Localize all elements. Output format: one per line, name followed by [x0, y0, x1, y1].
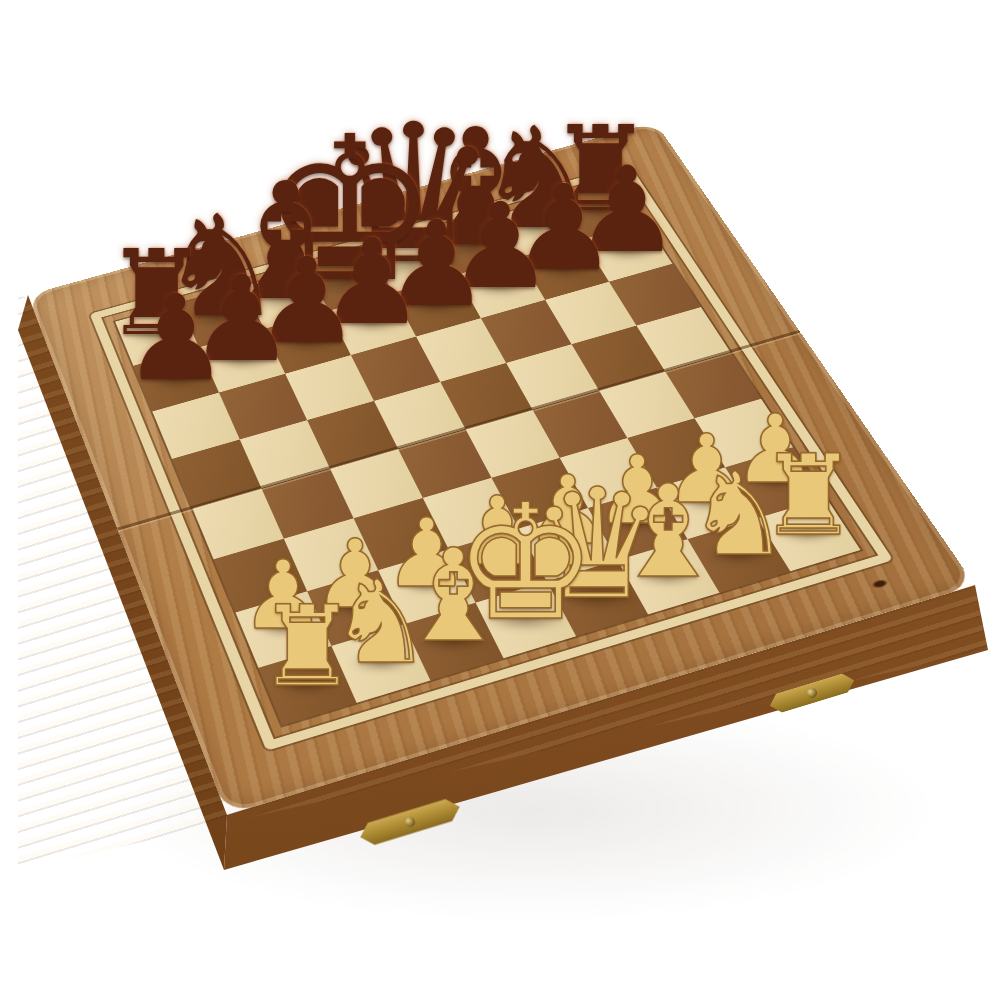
latch-knob-icon [806, 687, 818, 699]
latch-knob-icon [404, 816, 416, 828]
photo-stage: ♜♞♝♚♛♝♞♜♟♟♟♟♟♟♟♟♟♟♟♟♟♟♟♟♜♞♝♚♛♝♞♜ [0, 0, 1000, 1000]
